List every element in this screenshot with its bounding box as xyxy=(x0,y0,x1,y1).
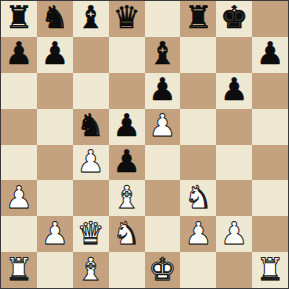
square-d4[interactable]: ♟ xyxy=(109,145,145,181)
black-pawn[interactable]: ♟ xyxy=(41,38,69,69)
white-pawn[interactable]: ♟ xyxy=(41,218,69,249)
square-e4[interactable] xyxy=(145,145,181,181)
square-g3[interactable] xyxy=(216,180,252,216)
square-e5[interactable]: ♟ xyxy=(145,109,181,145)
square-b1[interactable] xyxy=(37,252,73,288)
square-f4[interactable] xyxy=(180,145,216,181)
black-king[interactable]: ♚ xyxy=(220,2,248,33)
chess-board-container: ♜♞♝♛♜♚♟♟♝♟♟♟♞♟♟♟♟♟♝♞♟♛♞♟♟♜♝♚♜ xyxy=(0,0,289,289)
square-g1[interactable] xyxy=(216,252,252,288)
square-h6[interactable] xyxy=(252,73,288,109)
white-king[interactable]: ♚ xyxy=(149,254,177,285)
square-h7[interactable]: ♟ xyxy=(252,37,288,73)
black-pawn[interactable]: ♟ xyxy=(113,146,141,177)
square-g8[interactable]: ♚ xyxy=(216,1,252,37)
square-e2[interactable] xyxy=(145,216,181,252)
square-d6[interactable] xyxy=(109,73,145,109)
square-d7[interactable] xyxy=(109,37,145,73)
square-a7[interactable]: ♟ xyxy=(1,37,37,73)
black-pawn[interactable]: ♟ xyxy=(149,74,177,105)
black-queen[interactable]: ♛ xyxy=(113,2,141,33)
black-knight[interactable]: ♞ xyxy=(77,110,105,141)
square-b6[interactable] xyxy=(37,73,73,109)
square-f3[interactable]: ♞ xyxy=(180,180,216,216)
white-bishop[interactable]: ♝ xyxy=(113,182,141,213)
square-f8[interactable]: ♜ xyxy=(180,1,216,37)
square-h4[interactable] xyxy=(252,145,288,181)
square-c6[interactable] xyxy=(73,73,109,109)
white-bishop[interactable]: ♝ xyxy=(77,254,105,285)
square-b4[interactable] xyxy=(37,145,73,181)
square-f7[interactable] xyxy=(180,37,216,73)
chess-board: ♜♞♝♛♜♚♟♟♝♟♟♟♞♟♟♟♟♟♝♞♟♛♞♟♟♜♝♚♜ xyxy=(0,0,289,289)
square-a5[interactable] xyxy=(1,109,37,145)
white-pawn[interactable]: ♟ xyxy=(149,110,177,141)
white-pawn[interactable]: ♟ xyxy=(77,146,105,177)
square-g6[interactable]: ♟ xyxy=(216,73,252,109)
square-f6[interactable] xyxy=(180,73,216,109)
square-c3[interactable] xyxy=(73,180,109,216)
square-a6[interactable] xyxy=(1,73,37,109)
square-e3[interactable] xyxy=(145,180,181,216)
black-rook[interactable]: ♜ xyxy=(184,2,212,33)
black-pawn[interactable]: ♟ xyxy=(113,110,141,141)
square-b2[interactable]: ♟ xyxy=(37,216,73,252)
white-knight[interactable]: ♞ xyxy=(113,218,141,249)
square-h2[interactable] xyxy=(252,216,288,252)
square-g2[interactable]: ♟ xyxy=(216,216,252,252)
square-a8[interactable]: ♜ xyxy=(1,1,37,37)
square-d8[interactable]: ♛ xyxy=(109,1,145,37)
square-h5[interactable] xyxy=(252,109,288,145)
white-knight[interactable]: ♞ xyxy=(184,182,212,213)
square-f1[interactable] xyxy=(180,252,216,288)
square-e1[interactable]: ♚ xyxy=(145,252,181,288)
square-c8[interactable]: ♝ xyxy=(73,1,109,37)
white-pawn[interactable]: ♟ xyxy=(184,218,212,249)
square-c5[interactable]: ♞ xyxy=(73,109,109,145)
square-g4[interactable] xyxy=(216,145,252,181)
square-d2[interactable]: ♞ xyxy=(109,216,145,252)
square-f5[interactable] xyxy=(180,109,216,145)
square-c1[interactable]: ♝ xyxy=(73,252,109,288)
square-a1[interactable]: ♜ xyxy=(1,252,37,288)
square-a4[interactable] xyxy=(1,145,37,181)
white-pawn[interactable]: ♟ xyxy=(220,218,248,249)
white-pawn[interactable]: ♟ xyxy=(5,182,33,213)
square-b7[interactable]: ♟ xyxy=(37,37,73,73)
square-e6[interactable]: ♟ xyxy=(145,73,181,109)
black-rook[interactable]: ♜ xyxy=(5,2,33,33)
white-queen[interactable]: ♛ xyxy=(77,218,105,249)
square-e8[interactable] xyxy=(145,1,181,37)
square-d5[interactable]: ♟ xyxy=(109,109,145,145)
black-pawn[interactable]: ♟ xyxy=(256,38,284,69)
black-bishop[interactable]: ♝ xyxy=(149,38,177,69)
square-a2[interactable] xyxy=(1,216,37,252)
square-e7[interactable]: ♝ xyxy=(145,37,181,73)
square-d1[interactable] xyxy=(109,252,145,288)
square-d3[interactable]: ♝ xyxy=(109,180,145,216)
white-rook[interactable]: ♜ xyxy=(5,254,33,285)
square-g7[interactable] xyxy=(216,37,252,73)
square-a3[interactable]: ♟ xyxy=(1,180,37,216)
square-g5[interactable] xyxy=(216,109,252,145)
square-b3[interactable] xyxy=(37,180,73,216)
square-h3[interactable] xyxy=(252,180,288,216)
square-b8[interactable]: ♞ xyxy=(37,1,73,37)
square-f2[interactable]: ♟ xyxy=(180,216,216,252)
square-h1[interactable]: ♜ xyxy=(252,252,288,288)
square-c4[interactable]: ♟ xyxy=(73,145,109,181)
square-h8[interactable] xyxy=(252,1,288,37)
black-knight[interactable]: ♞ xyxy=(41,2,69,33)
square-c7[interactable] xyxy=(73,37,109,73)
black-pawn[interactable]: ♟ xyxy=(220,74,248,105)
black-bishop[interactable]: ♝ xyxy=(77,2,105,33)
black-pawn[interactable]: ♟ xyxy=(5,38,33,69)
square-c2[interactable]: ♛ xyxy=(73,216,109,252)
white-rook[interactable]: ♜ xyxy=(256,254,284,285)
square-b5[interactable] xyxy=(37,109,73,145)
